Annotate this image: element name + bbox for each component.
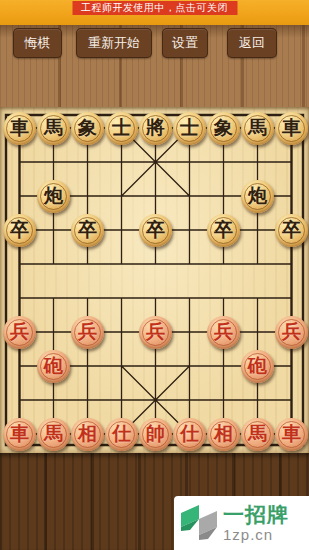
piece-glyph: 砲 [37, 350, 70, 383]
piece-red-horse[interactable]: 馬 [37, 418, 70, 451]
piece-glyph: 馬 [241, 418, 274, 451]
piece-red-elephant[interactable]: 相 [71, 418, 104, 451]
piece-glyph: 卒 [71, 214, 104, 247]
piece-red-advisor[interactable]: 仕 [105, 418, 138, 451]
piece-red-horse[interactable]: 馬 [241, 418, 274, 451]
piece-black-soldier[interactable]: 卒 [71, 214, 104, 247]
xiangqi-board[interactable]: 車馬象士將士象馬車炮炮卒卒卒卒卒兵兵兵兵兵砲砲車馬相仕帥仕相馬車 [0, 107, 309, 453]
piece-red-soldier[interactable]: 兵 [71, 316, 104, 349]
piece-black-chariot[interactable]: 車 [3, 112, 36, 145]
piece-red-general[interactable]: 帥 [139, 418, 172, 451]
piece-black-cannon[interactable]: 炮 [37, 180, 70, 213]
piece-glyph: 相 [71, 418, 104, 451]
piece-glyph: 車 [275, 418, 308, 451]
status-bar: 工程师开发使用中，点击可关闭 [0, 0, 309, 26]
piece-glyph: 炮 [241, 180, 274, 213]
piece-glyph: 仕 [105, 418, 138, 451]
piece-red-cannon[interactable]: 砲 [241, 350, 274, 383]
piece-red-soldier[interactable]: 兵 [275, 316, 308, 349]
back-button[interactable]: 返回 [227, 28, 277, 58]
piece-red-advisor[interactable]: 仕 [173, 418, 206, 451]
watermark-domain: 1zp.cn [223, 527, 289, 542]
piece-glyph: 卒 [207, 214, 240, 247]
piece-black-soldier[interactable]: 卒 [275, 214, 308, 247]
piece-glyph: 卒 [3, 214, 36, 247]
piece-glyph: 將 [139, 112, 172, 145]
piece-glyph: 砲 [241, 350, 274, 383]
piece-black-elephant[interactable]: 象 [71, 112, 104, 145]
undo-move-button[interactable]: 悔棋 [13, 28, 62, 58]
piece-black-horse[interactable]: 馬 [241, 112, 274, 145]
piece-black-soldier[interactable]: 卒 [3, 214, 36, 247]
piece-glyph: 車 [275, 112, 308, 145]
piece-black-chariot[interactable]: 車 [275, 112, 308, 145]
piece-black-horse[interactable]: 馬 [37, 112, 70, 145]
piece-black-soldier[interactable]: 卒 [139, 214, 172, 247]
xiangqi-app-screen: 工程师开发使用中，点击可关闭 悔棋 重新开始 设置 返回 車馬象士將士象馬車炮炮… [0, 0, 309, 550]
piece-glyph: 兵 [275, 316, 308, 349]
piece-glyph: 馬 [37, 112, 70, 145]
piece-glyph: 兵 [139, 316, 172, 349]
piece-glyph: 車 [3, 418, 36, 451]
piece-glyph: 象 [71, 112, 104, 145]
piece-glyph: 卒 [275, 214, 308, 247]
piece-glyph: 兵 [3, 316, 36, 349]
piece-glyph: 馬 [37, 418, 70, 451]
piece-glyph: 士 [105, 112, 138, 145]
piece-glyph: 馬 [241, 112, 274, 145]
piece-glyph: 仕 [173, 418, 206, 451]
piece-red-soldier[interactable]: 兵 [139, 316, 172, 349]
watermark-brand: 一招牌 [223, 504, 289, 525]
piece-black-general[interactable]: 將 [139, 112, 172, 145]
piece-red-soldier[interactable]: 兵 [207, 316, 240, 349]
piece-black-elephant[interactable]: 象 [207, 112, 240, 145]
piece-glyph: 士 [173, 112, 206, 145]
piece-glyph: 相 [207, 418, 240, 451]
piece-black-advisor[interactable]: 士 [173, 112, 206, 145]
piece-red-chariot[interactable]: 車 [3, 418, 36, 451]
piece-glyph: 帥 [139, 418, 172, 451]
piece-glyph: 兵 [207, 316, 240, 349]
piece-red-soldier[interactable]: 兵 [3, 316, 36, 349]
piece-red-chariot[interactable]: 車 [275, 418, 308, 451]
piece-glyph: 卒 [139, 214, 172, 247]
watermark-text: 一招牌 1zp.cn [223, 504, 289, 542]
piece-glyph: 象 [207, 112, 240, 145]
piece-black-soldier[interactable]: 卒 [207, 214, 240, 247]
piece-black-advisor[interactable]: 士 [105, 112, 138, 145]
piece-red-cannon[interactable]: 砲 [37, 350, 70, 383]
piece-glyph: 兵 [71, 316, 104, 349]
piece-glyph: 車 [3, 112, 36, 145]
settings-button[interactable]: 设置 [162, 28, 208, 58]
restart-game-button[interactable]: 重新开始 [76, 28, 152, 58]
dev-notice-banner[interactable]: 工程师开发使用中，点击可关闭 [72, 1, 237, 15]
watermark: 一招牌 1zp.cn [174, 496, 309, 550]
piece-glyph: 炮 [37, 180, 70, 213]
piece-red-elephant[interactable]: 相 [207, 418, 240, 451]
1zp-logo-icon [179, 503, 219, 543]
pieces-layer: 車馬象士將士象馬車炮炮卒卒卒卒卒兵兵兵兵兵砲砲車馬相仕帥仕相馬車 [0, 107, 309, 453]
piece-black-cannon[interactable]: 炮 [241, 180, 274, 213]
